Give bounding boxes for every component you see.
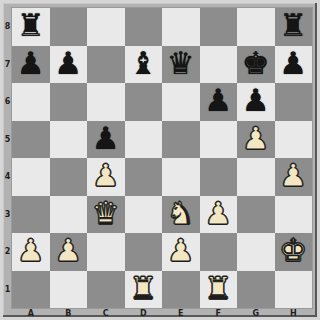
square-a3[interactable] xyxy=(12,196,50,234)
black-rook[interactable]: ♜ xyxy=(17,10,45,41)
black-rook[interactable]: ♜ xyxy=(279,10,307,41)
square-h3[interactable] xyxy=(275,196,313,234)
square-d2[interactable] xyxy=(125,233,163,271)
square-d8[interactable] xyxy=(125,8,163,46)
square-e3[interactable]: ♞ xyxy=(162,196,200,234)
square-h4[interactable]: ♟ xyxy=(275,158,313,196)
square-f2[interactable] xyxy=(200,233,238,271)
file-label-a: A xyxy=(12,308,50,319)
file-label-g: G xyxy=(237,308,275,319)
square-h1[interactable] xyxy=(275,271,313,309)
square-b2[interactable]: ♟ xyxy=(50,233,88,271)
square-g5[interactable]: ♟ xyxy=(237,121,275,159)
square-d3[interactable] xyxy=(125,196,163,234)
chess-board: ♜♜♟♟♝♛♚♟♟♟♟♟♟♟♛♞♟♟♟♟♚♜♜ xyxy=(12,8,312,308)
white-pawn[interactable]: ♟ xyxy=(92,160,120,191)
square-d5[interactable] xyxy=(125,121,163,159)
square-d4[interactable] xyxy=(125,158,163,196)
rank-label-5: 5 xyxy=(3,121,12,159)
square-g7[interactable]: ♚ xyxy=(237,46,275,84)
white-king[interactable]: ♚ xyxy=(279,235,307,266)
square-e5[interactable] xyxy=(162,121,200,159)
square-e4[interactable] xyxy=(162,158,200,196)
square-g4[interactable] xyxy=(237,158,275,196)
square-g6[interactable]: ♟ xyxy=(237,83,275,121)
square-a5[interactable] xyxy=(12,121,50,159)
square-a4[interactable] xyxy=(12,158,50,196)
white-knight[interactable]: ♞ xyxy=(167,198,195,229)
square-b6[interactable] xyxy=(50,83,88,121)
square-e6[interactable] xyxy=(162,83,200,121)
square-b5[interactable] xyxy=(50,121,88,159)
square-h6[interactable] xyxy=(275,83,313,121)
square-f7[interactable] xyxy=(200,46,238,84)
square-e2[interactable]: ♟ xyxy=(162,233,200,271)
square-b3[interactable] xyxy=(50,196,88,234)
white-pawn[interactable]: ♟ xyxy=(17,235,45,266)
square-f4[interactable] xyxy=(200,158,238,196)
square-a8[interactable]: ♜ xyxy=(12,8,50,46)
black-pawn[interactable]: ♟ xyxy=(242,85,270,116)
square-f5[interactable] xyxy=(200,121,238,159)
white-rook[interactable]: ♜ xyxy=(204,273,232,304)
white-queen[interactable]: ♛ xyxy=(92,198,120,229)
square-h2[interactable]: ♚ xyxy=(275,233,313,271)
black-pawn[interactable]: ♟ xyxy=(92,123,120,154)
black-king[interactable]: ♚ xyxy=(242,48,270,79)
square-g8[interactable] xyxy=(237,8,275,46)
rank-label-3: 3 xyxy=(3,196,12,234)
square-f6[interactable]: ♟ xyxy=(200,83,238,121)
white-pawn[interactable]: ♟ xyxy=(54,235,82,266)
square-h7[interactable]: ♟ xyxy=(275,46,313,84)
square-h8[interactable]: ♜ xyxy=(275,8,313,46)
square-a2[interactable]: ♟ xyxy=(12,233,50,271)
black-pawn[interactable]: ♟ xyxy=(54,48,82,79)
black-pawn[interactable]: ♟ xyxy=(204,85,232,116)
square-d7[interactable]: ♝ xyxy=(125,46,163,84)
black-pawn[interactable]: ♟ xyxy=(17,48,45,79)
file-label-f: F xyxy=(200,308,238,319)
square-f1[interactable]: ♜ xyxy=(200,271,238,309)
square-c2[interactable] xyxy=(87,233,125,271)
square-h5[interactable] xyxy=(275,121,313,159)
black-bishop[interactable]: ♝ xyxy=(129,48,157,79)
rank-label-2: 2 xyxy=(3,233,12,271)
file-label-d: D xyxy=(125,308,163,319)
black-pawn[interactable]: ♟ xyxy=(279,48,307,79)
square-c4[interactable]: ♟ xyxy=(87,158,125,196)
square-b7[interactable]: ♟ xyxy=(50,46,88,84)
square-a7[interactable]: ♟ xyxy=(12,46,50,84)
file-label-e: E xyxy=(162,308,200,319)
square-c5[interactable]: ♟ xyxy=(87,121,125,159)
rank-label-6: 6 xyxy=(3,83,12,121)
square-c1[interactable] xyxy=(87,271,125,309)
square-e1[interactable] xyxy=(162,271,200,309)
square-a1[interactable] xyxy=(12,271,50,309)
white-pawn[interactable]: ♟ xyxy=(279,160,307,191)
square-e7[interactable]: ♛ xyxy=(162,46,200,84)
black-queen[interactable]: ♛ xyxy=(167,48,195,79)
rank-label-7: 7 xyxy=(3,46,12,84)
file-labels: ABCDEFGH xyxy=(12,308,312,319)
square-c8[interactable] xyxy=(87,8,125,46)
square-f8[interactable] xyxy=(200,8,238,46)
rank-labels: 87654321 xyxy=(3,8,12,308)
square-b8[interactable] xyxy=(50,8,88,46)
square-a6[interactable] xyxy=(12,83,50,121)
chess-diagram-frame: 87654321 ♜♜♟♟♝♛♚♟♟♟♟♟♟♟♛♞♟♟♟♟♚♜♜ ABCDEFG… xyxy=(0,0,320,320)
square-d6[interactable] xyxy=(125,83,163,121)
square-g3[interactable] xyxy=(237,196,275,234)
square-g2[interactable] xyxy=(237,233,275,271)
rank-label-1: 1 xyxy=(3,271,12,309)
file-label-b: B xyxy=(50,308,88,319)
square-c6[interactable] xyxy=(87,83,125,121)
white-rook[interactable]: ♜ xyxy=(129,273,157,304)
square-c3[interactable]: ♛ xyxy=(87,196,125,234)
square-f3[interactable]: ♟ xyxy=(200,196,238,234)
square-g1[interactable] xyxy=(237,271,275,309)
rank-label-8: 8 xyxy=(3,8,12,46)
square-c7[interactable] xyxy=(87,46,125,84)
file-label-c: C xyxy=(87,308,125,319)
square-b4[interactable] xyxy=(50,158,88,196)
file-label-h: H xyxy=(275,308,313,319)
white-pawn[interactable]: ♟ xyxy=(204,198,232,229)
square-e8[interactable] xyxy=(162,8,200,46)
rank-label-4: 4 xyxy=(3,158,12,196)
white-pawn[interactable]: ♟ xyxy=(242,123,270,154)
square-d1[interactable]: ♜ xyxy=(125,271,163,309)
white-pawn[interactable]: ♟ xyxy=(167,235,195,266)
square-b1[interactable] xyxy=(50,271,88,309)
